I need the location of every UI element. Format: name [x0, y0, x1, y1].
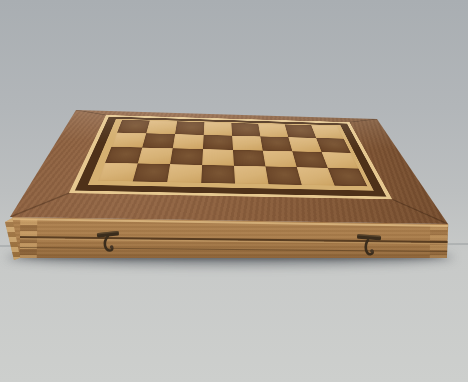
- clasp-hook-right-icon: [353, 231, 387, 260]
- front-groove-line: [20, 247, 456, 252]
- box-lid-top: [10, 110, 448, 224]
- lid-base-seam: [20, 236, 456, 243]
- photo-scene: [0, 0, 468, 382]
- lid-sheen: [10, 110, 448, 224]
- clasp-hook-left-icon: [94, 228, 126, 256]
- finger-joints-left: [20, 219, 38, 258]
